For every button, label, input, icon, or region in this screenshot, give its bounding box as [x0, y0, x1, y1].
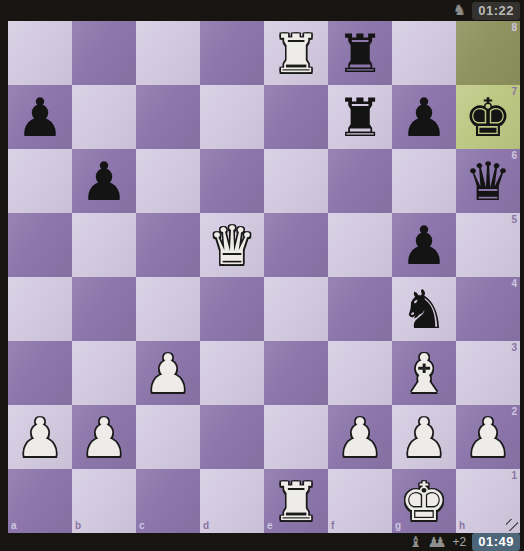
square-e7[interactable]: [264, 85, 328, 149]
square-b7[interactable]: [72, 85, 136, 149]
black-pawn-g5[interactable]: ♟: [392, 213, 456, 277]
white-queen-d5[interactable]: ♛: [200, 213, 264, 277]
square-c7[interactable]: [136, 85, 200, 149]
coord-rank-2: 2: [511, 407, 517, 417]
board-resize-handle[interactable]: [506, 519, 518, 531]
square-g8[interactable]: [392, 21, 456, 85]
coord-rank-7: 7: [511, 87, 517, 97]
square-h4[interactable]: 4: [456, 277, 520, 341]
bottom-clock: 01:49: [472, 533, 520, 551]
white-bishop-g3[interactable]: ♝: [392, 341, 456, 405]
square-h5[interactable]: 5: [456, 213, 520, 277]
square-d2[interactable]: [200, 405, 264, 469]
captured-bishop-icon: ♝: [409, 535, 422, 550]
square-h3[interactable]: 3: [456, 341, 520, 405]
square-c3[interactable]: ♟: [136, 341, 200, 405]
coord-file-b: b: [75, 521, 81, 531]
square-d8[interactable]: [200, 21, 264, 85]
square-h6[interactable]: ♛6: [456, 149, 520, 213]
square-d3[interactable]: [200, 341, 264, 405]
coord-file-d: d: [203, 521, 209, 531]
square-a8[interactable]: [8, 21, 72, 85]
square-b5[interactable]: [72, 213, 136, 277]
top-player-bar: ♞ 01:22: [0, 0, 524, 21]
square-c4[interactable]: [136, 277, 200, 341]
square-f3[interactable]: [328, 341, 392, 405]
white-pawn-c3[interactable]: ♟: [136, 341, 200, 405]
black-king-h7[interactable]: ♚: [456, 85, 520, 149]
game-screen: ♞ 01:22 ♜♜8♟♜♟♚7♟♛6♛♟5♞4♟♝3♟♟♟♟♟2abcd♜ef…: [0, 0, 524, 551]
square-h8[interactable]: 8: [456, 21, 520, 85]
square-e3[interactable]: [264, 341, 328, 405]
square-c1[interactable]: c: [136, 469, 200, 533]
square-e5[interactable]: [264, 213, 328, 277]
square-g2[interactable]: ♟: [392, 405, 456, 469]
square-f1[interactable]: f: [328, 469, 392, 533]
square-b4[interactable]: [72, 277, 136, 341]
square-a6[interactable]: [8, 149, 72, 213]
coord-rank-5: 5: [511, 215, 517, 225]
square-b3[interactable]: [72, 341, 136, 405]
square-h1[interactable]: h1: [456, 469, 520, 533]
coord-file-g: g: [395, 521, 401, 531]
square-g7[interactable]: ♟: [392, 85, 456, 149]
black-pawn-a7[interactable]: ♟: [8, 85, 72, 149]
square-g3[interactable]: ♝: [392, 341, 456, 405]
square-a7[interactable]: ♟: [8, 85, 72, 149]
white-pawn-a2[interactable]: ♟: [8, 405, 72, 469]
square-g5[interactable]: ♟: [392, 213, 456, 277]
square-a1[interactable]: a: [8, 469, 72, 533]
coord-file-c: c: [139, 521, 145, 531]
captured-pieces-bottom: ♝ ♟♟ +2: [409, 535, 466, 550]
square-b6[interactable]: ♟: [72, 149, 136, 213]
black-pawn-b6[interactable]: ♟: [72, 149, 136, 213]
square-d4[interactable]: [200, 277, 264, 341]
white-pawn-b2[interactable]: ♟: [72, 405, 136, 469]
white-pawn-g2[interactable]: ♟: [392, 405, 456, 469]
square-c6[interactable]: [136, 149, 200, 213]
board-area: ♜♜8♟♜♟♚7♟♛6♛♟5♞4♟♝3♟♟♟♟♟2abcd♜ef♚gh1: [0, 21, 524, 533]
square-a5[interactable]: [8, 213, 72, 277]
coord-file-e: e: [267, 521, 273, 531]
white-pawn-h2[interactable]: ♟: [456, 405, 520, 469]
white-rook-e1[interactable]: ♜: [264, 469, 328, 533]
coord-rank-6: 6: [511, 151, 517, 161]
square-f7[interactable]: ♜: [328, 85, 392, 149]
square-f2[interactable]: ♟: [328, 405, 392, 469]
square-h7[interactable]: ♚7: [456, 85, 520, 149]
square-e2[interactable]: [264, 405, 328, 469]
square-d7[interactable]: [200, 85, 264, 149]
square-c5[interactable]: [136, 213, 200, 277]
coord-rank-8: 8: [511, 23, 517, 33]
square-g4[interactable]: ♞: [392, 277, 456, 341]
black-queen-h6[interactable]: ♛: [456, 149, 520, 213]
square-b1[interactable]: b: [72, 469, 136, 533]
square-d5[interactable]: ♛: [200, 213, 264, 277]
captured-knight-icon: ♞: [453, 3, 466, 18]
coord-rank-3: 3: [511, 343, 517, 353]
square-d6[interactable]: [200, 149, 264, 213]
top-clock: 01:22: [472, 2, 520, 20]
square-d1[interactable]: d: [200, 469, 264, 533]
square-g1[interactable]: ♚g: [392, 469, 456, 533]
white-king-g1[interactable]: ♚: [392, 469, 456, 533]
captured-pieces-top: ♞: [453, 3, 466, 18]
coord-file-f: f: [331, 521, 334, 531]
square-c2[interactable]: [136, 405, 200, 469]
black-knight-g4[interactable]: ♞: [392, 277, 456, 341]
square-b2[interactable]: ♟: [72, 405, 136, 469]
white-rook-e8[interactable]: ♜: [264, 21, 328, 85]
square-e1[interactable]: ♜e: [264, 469, 328, 533]
square-e6[interactable]: [264, 149, 328, 213]
square-a2[interactable]: ♟: [8, 405, 72, 469]
coord-file-h: h: [459, 521, 465, 531]
coord-rank-4: 4: [511, 279, 517, 289]
coord-rank-1: 1: [511, 471, 517, 481]
square-f5[interactable]: [328, 213, 392, 277]
square-a4[interactable]: [8, 277, 72, 341]
square-a3[interactable]: [8, 341, 72, 405]
chess-board[interactable]: ♜♜8♟♜♟♚7♟♛6♛♟5♞4♟♝3♟♟♟♟♟2abcd♜ef♚gh1: [8, 21, 520, 533]
material-advantage: +2: [452, 535, 467, 549]
coord-file-a: a: [11, 521, 17, 531]
square-e4[interactable]: [264, 277, 328, 341]
black-rook-f8[interactable]: ♜: [328, 21, 392, 85]
white-pawn-f2[interactable]: ♟: [328, 405, 392, 469]
square-f6[interactable]: [328, 149, 392, 213]
square-f8[interactable]: ♜: [328, 21, 392, 85]
square-c8[interactable]: [136, 21, 200, 85]
square-f4[interactable]: [328, 277, 392, 341]
bottom-player-bar: ♝ ♟♟ +2 01:49: [0, 533, 524, 551]
captured-pawns-icon: ♟♟: [427, 535, 446, 549]
black-pawn-g7[interactable]: ♟: [392, 85, 456, 149]
square-e8[interactable]: ♜: [264, 21, 328, 85]
square-g6[interactable]: [392, 149, 456, 213]
square-b8[interactable]: [72, 21, 136, 85]
black-rook-f7[interactable]: ♜: [328, 85, 392, 149]
square-h2[interactable]: ♟2: [456, 405, 520, 469]
